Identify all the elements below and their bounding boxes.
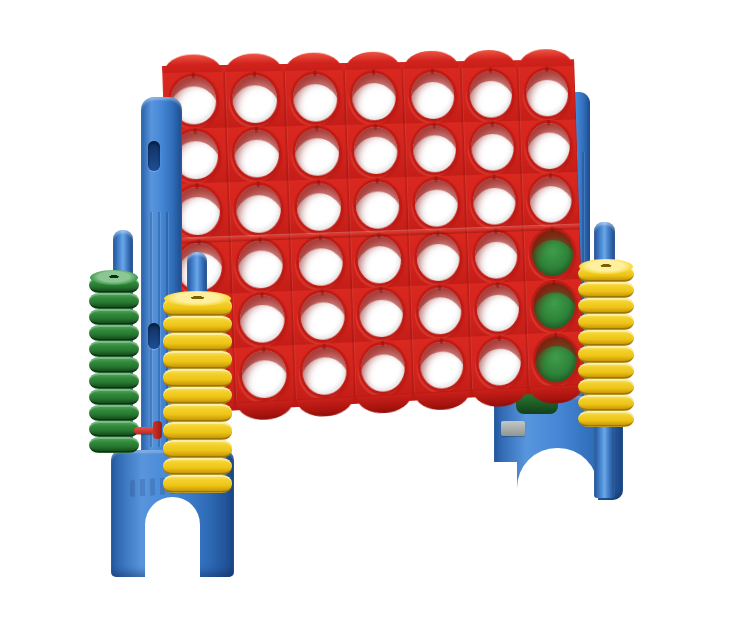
board-hole bbox=[242, 350, 288, 400]
green-storage-disc bbox=[89, 421, 139, 437]
green-storage-disc bbox=[89, 373, 139, 389]
board-hole bbox=[474, 231, 518, 279]
left-leg-slot-lower bbox=[148, 323, 160, 349]
board-hole bbox=[361, 344, 406, 393]
board-cell-r6c6 bbox=[469, 334, 528, 390]
board-hole bbox=[236, 185, 282, 234]
board-hole bbox=[298, 238, 343, 287]
yellow-storage-disc bbox=[163, 351, 232, 369]
board-cell-r4c2 bbox=[229, 236, 291, 293]
board-hole bbox=[411, 72, 455, 119]
board-cell-r4c7 bbox=[523, 225, 581, 280]
board-hole bbox=[472, 178, 516, 226]
board-hole bbox=[414, 180, 458, 228]
board-cell-r1c7 bbox=[518, 66, 576, 120]
yellow-storage-disc bbox=[163, 404, 232, 422]
board-cell-r1c3 bbox=[284, 70, 345, 126]
board-cell-r4c6 bbox=[466, 227, 525, 283]
yellow-storage-disc bbox=[578, 282, 634, 298]
board-cell-r5c2 bbox=[231, 291, 293, 349]
board-hole bbox=[526, 70, 569, 117]
board-cell-r3c3 bbox=[288, 179, 349, 236]
board-hole bbox=[529, 176, 572, 223]
green-storage-disc bbox=[89, 325, 139, 341]
board-cell-r4c5 bbox=[408, 229, 468, 285]
yellow-storage-disc bbox=[578, 363, 634, 379]
yellow-storage-disc bbox=[578, 314, 634, 330]
board-cell-r4c4 bbox=[349, 231, 410, 288]
green-disc-stack-left bbox=[89, 277, 139, 453]
board-hole bbox=[238, 240, 284, 289]
board-hole bbox=[418, 287, 462, 335]
board-cell-r1c6 bbox=[460, 67, 519, 122]
board-cell-r2c7 bbox=[520, 119, 578, 174]
board-hole bbox=[296, 183, 341, 232]
yellow-storage-disc bbox=[163, 316, 232, 334]
board-cell-r3c2 bbox=[227, 181, 289, 238]
green-storage-disc bbox=[89, 389, 139, 405]
green-storage-disc bbox=[89, 437, 139, 453]
board-hole bbox=[356, 181, 401, 229]
board-cell-r3c5 bbox=[406, 176, 466, 232]
board-cell-r1c2 bbox=[223, 71, 285, 127]
yellow-storage-disc bbox=[163, 458, 232, 476]
board-cell-r1c4 bbox=[344, 69, 405, 125]
green-storage-disc bbox=[89, 293, 139, 309]
yellow-storage-disc bbox=[163, 369, 232, 387]
board-cell-r2c4 bbox=[345, 123, 406, 179]
board-cell-r2c5 bbox=[404, 122, 464, 178]
board-cell-r6c5 bbox=[411, 337, 471, 394]
board-hole bbox=[359, 290, 404, 339]
board-hole bbox=[300, 292, 345, 341]
green-storage-disc bbox=[89, 309, 139, 325]
yellow-disc-stack-right bbox=[578, 266, 634, 427]
board-hole bbox=[416, 233, 460, 281]
yellow-storage-disc bbox=[578, 298, 634, 314]
board-hole bbox=[531, 229, 574, 277]
right-base-foot-trim bbox=[494, 462, 517, 500]
board-hole bbox=[240, 295, 286, 344]
board-hole bbox=[470, 124, 514, 171]
board-hole bbox=[413, 126, 457, 174]
yellow-storage-disc bbox=[163, 387, 232, 405]
green-storage-disc bbox=[89, 277, 139, 293]
yellow-storage-disc bbox=[578, 395, 634, 411]
board-hole bbox=[234, 130, 280, 179]
board-cell-r5c7 bbox=[525, 278, 583, 334]
board-cell-r6c7 bbox=[527, 332, 585, 388]
board-hole bbox=[535, 336, 578, 384]
yellow-storage-disc bbox=[163, 475, 232, 493]
green-storage-disc bbox=[89, 341, 139, 357]
yellow-storage-disc bbox=[163, 298, 232, 316]
board-hole bbox=[354, 127, 399, 175]
board-cell-r2c3 bbox=[286, 124, 347, 180]
yellow-storage-disc bbox=[163, 333, 232, 351]
release-handle bbox=[134, 421, 162, 439]
board-cell-r3c6 bbox=[464, 174, 523, 230]
board-hole bbox=[469, 71, 513, 118]
board-cell-r3c4 bbox=[347, 177, 408, 233]
board-hole bbox=[352, 73, 397, 121]
giant-connect-four-photo bbox=[0, 0, 750, 628]
yellow-storage-disc bbox=[578, 411, 634, 427]
board-hole bbox=[478, 338, 522, 386]
board-cell-r5c3 bbox=[291, 288, 352, 345]
yellow-storage-disc bbox=[163, 440, 232, 458]
green-storage-disc bbox=[89, 357, 139, 373]
yellow-storage-disc bbox=[163, 422, 232, 440]
green-storage-disc bbox=[89, 405, 139, 421]
board-cell-r2c6 bbox=[462, 120, 521, 175]
right-base-arch-cutout bbox=[517, 448, 598, 500]
board-cell-r6c3 bbox=[293, 343, 354, 401]
board-cell-r1c5 bbox=[402, 68, 462, 123]
board-cell-r5c6 bbox=[468, 281, 527, 337]
yellow-storage-disc bbox=[578, 346, 634, 362]
board-hole bbox=[528, 123, 571, 170]
yellow-storage-disc bbox=[578, 330, 634, 346]
board-cell-r5c5 bbox=[410, 283, 470, 340]
board-hole bbox=[232, 75, 278, 123]
yellow-storage-disc bbox=[578, 266, 634, 282]
base-label-sticker bbox=[501, 421, 525, 436]
board-cell-r6c2 bbox=[233, 345, 295, 403]
board-cell-r2c2 bbox=[225, 126, 287, 183]
board-hole bbox=[476, 285, 520, 333]
yellow-disc-stack-left bbox=[163, 298, 232, 493]
board-cell-r5c4 bbox=[351, 286, 412, 343]
board-hole bbox=[420, 341, 464, 390]
board-hole bbox=[357, 235, 402, 284]
board-cell-r3c7 bbox=[521, 172, 579, 227]
board-cell-r4c3 bbox=[290, 234, 351, 291]
board-hole bbox=[294, 128, 339, 176]
left-leg-slot-upper bbox=[148, 141, 160, 171]
board-hole bbox=[292, 74, 337, 122]
board-hole bbox=[302, 347, 347, 396]
board-hole bbox=[533, 282, 576, 330]
left-base-arch-cutout bbox=[145, 497, 200, 577]
yellow-storage-disc bbox=[578, 379, 634, 395]
board-cell-r6c4 bbox=[353, 340, 414, 397]
